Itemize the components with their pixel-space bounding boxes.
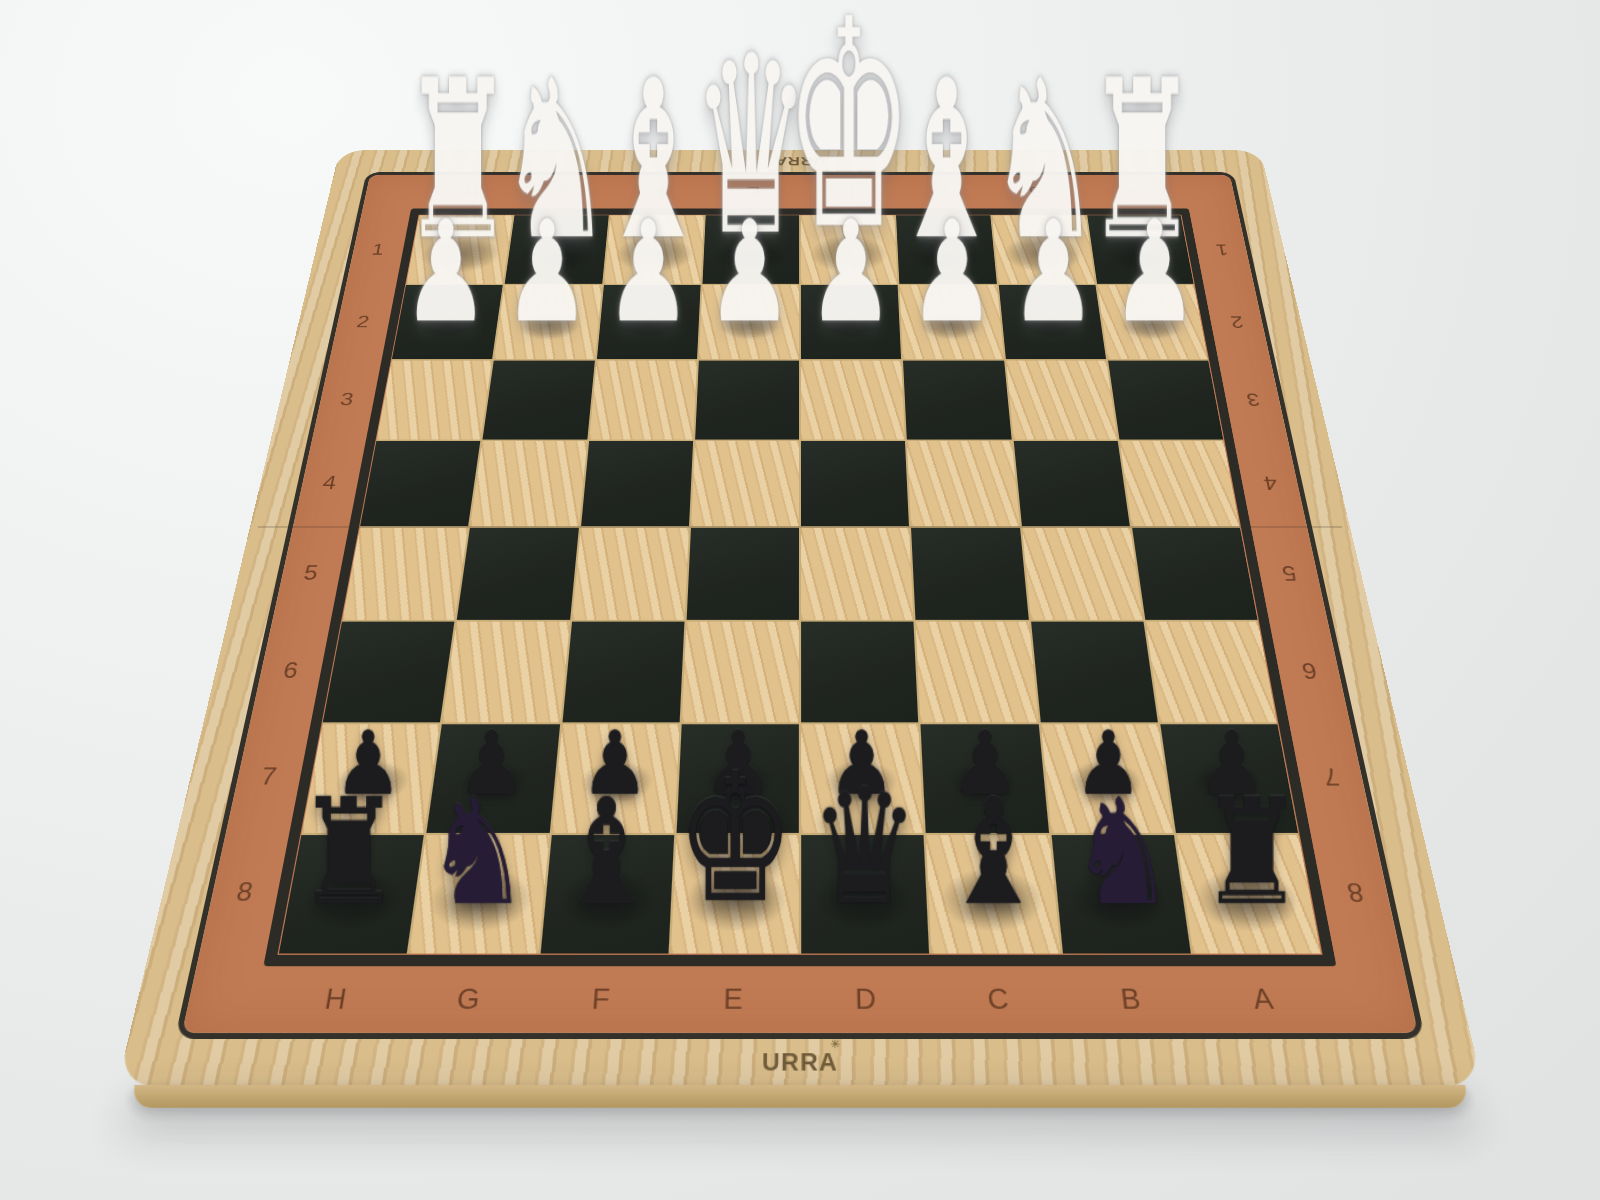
black-rook-icon: ♜ xyxy=(1099,780,1404,927)
white-pawn-icon: ♟ xyxy=(1035,203,1274,343)
board-side-edge xyxy=(129,1085,1470,1108)
chess-board: HHGGFFEEDDCCBBAA1122334455667788 URRA✳ U… xyxy=(117,150,1483,1086)
black-rook-a8[interactable]: ♜ xyxy=(1174,833,1322,954)
white-pawn-a2[interactable]: ♟ xyxy=(1095,285,1208,360)
scene: HHGGFFEEDDCCBBAA1122334455667788 URRA✳ U… xyxy=(0,0,1600,1200)
pieces-layer: ♜♞♝♛♚♝♞♜♟♟♟♟♟♟♟♟♟♟♟♟♟♟♟♟♜♞♝♚♛♝♞♜ xyxy=(117,150,1483,1086)
